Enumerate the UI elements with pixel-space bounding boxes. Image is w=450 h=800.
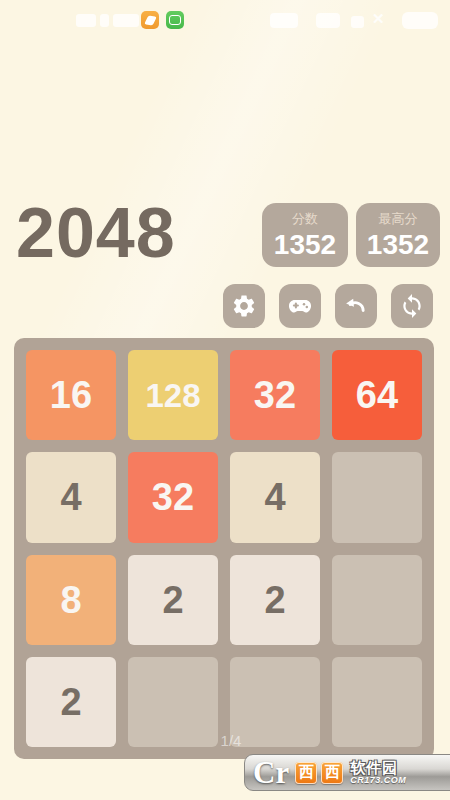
notification-app-icon-orange bbox=[141, 11, 159, 29]
notification-app-icon-green bbox=[166, 11, 184, 29]
status-time-ghost bbox=[113, 14, 139, 27]
score-label: 分数 bbox=[292, 211, 318, 227]
status-time-ghost bbox=[100, 14, 109, 27]
refresh-icon bbox=[399, 293, 425, 319]
undo-button[interactable] bbox=[335, 284, 377, 328]
pencil-icon bbox=[144, 15, 157, 25]
undo-icon bbox=[343, 293, 369, 319]
page-indicator: 1/4 bbox=[196, 732, 266, 749]
watermark-cr-logo: Cr bbox=[253, 757, 289, 788]
tile-2: 2 bbox=[230, 555, 320, 645]
tile-4: 4 bbox=[230, 452, 320, 542]
status-time-ghost bbox=[76, 14, 96, 27]
restart-button[interactable] bbox=[391, 284, 433, 328]
screen: ✕ 2048 分数 1352 最高分 1352 bbox=[0, 0, 450, 800]
status-icon-ghost bbox=[316, 13, 340, 28]
gamepad-icon bbox=[287, 293, 313, 319]
board-grid[interactable]: 16128326443248222 bbox=[14, 338, 434, 759]
tile-64: 64 bbox=[332, 350, 422, 440]
gear-icon bbox=[231, 293, 257, 319]
robot-face-icon bbox=[169, 15, 181, 25]
settings-button[interactable] bbox=[223, 284, 265, 328]
battery-icon bbox=[402, 12, 438, 29]
signal-icon bbox=[351, 16, 364, 28]
toolbar bbox=[223, 284, 433, 328]
best-score-box: 最高分 1352 bbox=[356, 203, 440, 267]
status-icon-ghost bbox=[270, 13, 298, 28]
cell-empty bbox=[332, 452, 422, 542]
tile-2: 2 bbox=[128, 555, 218, 645]
tile-4: 4 bbox=[26, 452, 116, 542]
page-title: 2048 bbox=[16, 198, 176, 268]
watermark-brand-char: 西 bbox=[321, 762, 343, 784]
no-signal-x-icon: ✕ bbox=[372, 10, 385, 28]
watermark-suffix: 软件园 bbox=[350, 760, 398, 775]
score-value: 1352 bbox=[274, 229, 336, 261]
watermark-brand-char: 西 bbox=[295, 762, 317, 784]
best-score-value: 1352 bbox=[367, 229, 429, 261]
cell-empty bbox=[332, 555, 422, 645]
tile-2: 2 bbox=[26, 657, 116, 747]
tile-128: 128 bbox=[128, 350, 218, 440]
score-box: 分数 1352 bbox=[262, 203, 348, 267]
cell-empty bbox=[332, 657, 422, 747]
gamepad-button[interactable] bbox=[279, 284, 321, 328]
watermark: Cr 西 西 软件园 CR173.COM bbox=[244, 754, 450, 791]
watermark-domain: CR173.COM bbox=[350, 776, 406, 785]
best-score-label: 最高分 bbox=[379, 211, 418, 227]
tile-16: 16 bbox=[26, 350, 116, 440]
tile-8: 8 bbox=[26, 555, 116, 645]
tile-32: 32 bbox=[128, 452, 218, 542]
status-bar: ✕ bbox=[0, 0, 450, 40]
tile-32: 32 bbox=[230, 350, 320, 440]
